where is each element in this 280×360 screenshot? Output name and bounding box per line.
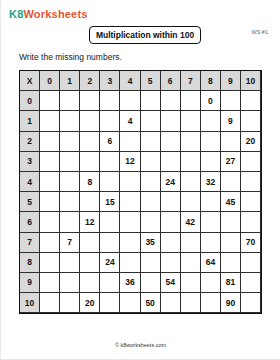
- col-header-7: 7: [181, 71, 201, 91]
- cell-7x1[interactable]: 7: [60, 233, 80, 253]
- cell-1x5[interactable]: [141, 111, 161, 131]
- cell-10x10[interactable]: [241, 293, 261, 313]
- cell-8x0[interactable]: [40, 253, 60, 273]
- row-header-4: 4: [20, 172, 40, 192]
- cell-10x1[interactable]: [60, 293, 80, 313]
- multiplication-grid: X012345678910001492620312274824325154561…: [19, 70, 262, 314]
- cell-8x5[interactable]: [141, 253, 161, 273]
- row-header-1: 1: [20, 111, 40, 131]
- cell-3x3[interactable]: [100, 152, 120, 172]
- cell-7x7[interactable]: [181, 233, 201, 253]
- cell-9x7[interactable]: [181, 273, 201, 293]
- row-header-9: 9: [20, 273, 40, 293]
- cell-0x7[interactable]: [181, 91, 201, 111]
- cell-0x2[interactable]: [80, 91, 100, 111]
- cell-6x3[interactable]: [100, 212, 120, 232]
- cell-1x3[interactable]: [100, 111, 120, 131]
- cell-1x2[interactable]: [80, 111, 100, 131]
- cell-0x4[interactable]: [120, 91, 140, 111]
- cell-4x5[interactable]: [141, 172, 161, 192]
- cell-1x0[interactable]: [40, 111, 60, 131]
- cell-9x6[interactable]: 54: [161, 273, 181, 293]
- cell-5x2[interactable]: [80, 192, 100, 212]
- cell-2x6[interactable]: [161, 132, 181, 152]
- cell-6x6[interactable]: [161, 212, 181, 232]
- cell-0x0[interactable]: [40, 91, 60, 111]
- cell-9x9[interactable]: 81: [221, 273, 241, 293]
- cell-8x4[interactable]: [120, 253, 140, 273]
- cell-4x7[interactable]: [181, 172, 201, 192]
- cell-9x2[interactable]: [80, 273, 100, 293]
- row-header-5: 5: [20, 192, 40, 212]
- cell-10x7[interactable]: [181, 293, 201, 313]
- cell-4x0[interactable]: [40, 172, 60, 192]
- col-header-2: 2: [80, 71, 100, 91]
- cell-8x7[interactable]: [181, 253, 201, 273]
- cell-4x4[interactable]: [120, 172, 140, 192]
- worksheet-page: K8Worksheets Multiplication within 100 W…: [0, 0, 280, 360]
- cell-5x7[interactable]: [181, 192, 201, 212]
- cell-7x2[interactable]: [80, 233, 100, 253]
- cell-8x3[interactable]: 24: [100, 253, 120, 273]
- cell-3x4[interactable]: 12: [120, 152, 140, 172]
- cell-6x5[interactable]: [141, 212, 161, 232]
- instruction-text: Write the missing numbers.: [19, 52, 122, 62]
- footer-credit: © k8worksheets.com: [1, 342, 280, 348]
- col-header-10: 10: [241, 71, 261, 91]
- cell-9x1[interactable]: [60, 273, 80, 293]
- cell-3x8[interactable]: [201, 152, 221, 172]
- k8worksheets-logo: K8Worksheets: [9, 8, 88, 20]
- cell-5x3[interactable]: 15: [100, 192, 120, 212]
- cell-0x10[interactable]: [241, 91, 261, 111]
- cell-6x9[interactable]: [221, 212, 241, 232]
- cell-3x5[interactable]: [141, 152, 161, 172]
- cell-2x5[interactable]: [141, 132, 161, 152]
- row-header-6: 6: [20, 212, 40, 232]
- cell-1x6[interactable]: [161, 111, 181, 131]
- cell-0x1[interactable]: [60, 91, 80, 111]
- cell-4x10[interactable]: [241, 172, 261, 192]
- cell-6x2[interactable]: 12: [80, 212, 100, 232]
- row-header-8: 8: [20, 253, 40, 273]
- cell-6x0[interactable]: [40, 212, 60, 232]
- row-header-0: 0: [20, 91, 40, 111]
- cell-5x0[interactable]: [40, 192, 60, 212]
- col-header-8: 8: [201, 71, 221, 91]
- cell-2x7[interactable]: [181, 132, 201, 152]
- cell-1x8[interactable]: [201, 111, 221, 131]
- cell-6x4[interactable]: [120, 212, 140, 232]
- cell-9x4[interactable]: 36: [120, 273, 140, 293]
- cell-2x2[interactable]: [80, 132, 100, 152]
- cell-0x3[interactable]: [100, 91, 120, 111]
- cell-6x1[interactable]: [60, 212, 80, 232]
- worksheet-number: WS #1: [251, 29, 268, 35]
- cell-3x2[interactable]: [80, 152, 100, 172]
- cell-9x0[interactable]: [40, 273, 60, 293]
- col-header-6: 6: [161, 71, 181, 91]
- cell-4x9[interactable]: [221, 172, 241, 192]
- cell-6x7[interactable]: 42: [181, 212, 201, 232]
- logo-k8-text: K8: [9, 8, 23, 20]
- cell-2x8[interactable]: [201, 132, 221, 152]
- cell-5x10[interactable]: [241, 192, 261, 212]
- cell-7x6[interactable]: [161, 233, 181, 253]
- cell-7x3[interactable]: [100, 233, 120, 253]
- cell-1x7[interactable]: [181, 111, 201, 131]
- row-header-7: 7: [20, 233, 40, 253]
- cell-9x8[interactable]: [201, 273, 221, 293]
- cell-3x7[interactable]: [181, 152, 201, 172]
- cell-8x8[interactable]: 64: [201, 253, 221, 273]
- cell-0x5[interactable]: [141, 91, 161, 111]
- cell-2x1[interactable]: [60, 132, 80, 152]
- cell-4x8[interactable]: 32: [201, 172, 221, 192]
- logo-worksheets-text: Worksheets: [23, 8, 87, 20]
- cell-7x9[interactable]: [221, 233, 241, 253]
- col-header-5: 5: [141, 71, 161, 91]
- cell-0x9[interactable]: [221, 91, 241, 111]
- cell-10x4[interactable]: [120, 293, 140, 313]
- cell-3x0[interactable]: [40, 152, 60, 172]
- cell-2x0[interactable]: [40, 132, 60, 152]
- cell-5x8[interactable]: [201, 192, 221, 212]
- cell-5x5[interactable]: [141, 192, 161, 212]
- cell-5x9[interactable]: 45: [221, 192, 241, 212]
- cell-7x0[interactable]: [40, 233, 60, 253]
- cell-2x9[interactable]: [221, 132, 241, 152]
- cell-8x2[interactable]: [80, 253, 100, 273]
- cell-8x10[interactable]: [241, 253, 261, 273]
- cell-3x6[interactable]: [161, 152, 181, 172]
- cell-4x1[interactable]: [60, 172, 80, 192]
- cell-8x9[interactable]: [221, 253, 241, 273]
- cell-9x3[interactable]: [100, 273, 120, 293]
- cell-0x6[interactable]: [161, 91, 181, 111]
- cell-10x9[interactable]: 90: [221, 293, 241, 313]
- cell-10x0[interactable]: [40, 293, 60, 313]
- col-header-1: 1: [60, 71, 80, 91]
- cell-5x4[interactable]: [120, 192, 140, 212]
- cell-10x6[interactable]: [161, 293, 181, 313]
- cell-6x10[interactable]: [241, 212, 261, 232]
- cell-2x10[interactable]: 20: [241, 132, 261, 152]
- col-header-0: 0: [40, 71, 60, 91]
- cell-2x4[interactable]: [120, 132, 140, 152]
- row-header-2: 2: [20, 132, 40, 152]
- row-header-10: 10: [20, 293, 40, 313]
- cell-8x6[interactable]: [161, 253, 181, 273]
- cell-4x6[interactable]: 24: [161, 172, 181, 192]
- cell-4x3[interactable]: [100, 172, 120, 192]
- cell-10x5[interactable]: 50: [141, 293, 161, 313]
- cell-10x3[interactable]: [100, 293, 120, 313]
- cell-4x2[interactable]: 8: [80, 172, 100, 192]
- cell-9x10[interactable]: [241, 273, 261, 293]
- cell-3x1[interactable]: [60, 152, 80, 172]
- col-header-3: 3: [100, 71, 120, 91]
- cell-1x10[interactable]: [241, 111, 261, 131]
- cell-1x9[interactable]: 9: [221, 111, 241, 131]
- cell-7x10[interactable]: 70: [241, 233, 261, 253]
- cell-7x5[interactable]: 35: [141, 233, 161, 253]
- cell-0x8[interactable]: 0: [201, 91, 221, 111]
- cell-3x9[interactable]: 27: [221, 152, 241, 172]
- cell-1x4[interactable]: 4: [120, 111, 140, 131]
- cell-10x8[interactable]: [201, 293, 221, 313]
- cell-2x3[interactable]: 6: [100, 132, 120, 152]
- row-header-3: 3: [20, 152, 40, 172]
- cell-8x1[interactable]: [60, 253, 80, 273]
- worksheet-title: Multiplication within 100: [89, 26, 201, 44]
- cell-5x6[interactable]: [161, 192, 181, 212]
- cell-3x10[interactable]: [241, 152, 261, 172]
- col-header-4: 4: [120, 71, 140, 91]
- cell-6x8[interactable]: [201, 212, 221, 232]
- grid-corner-multiply-sign: X: [20, 71, 40, 91]
- cell-9x5[interactable]: [141, 273, 161, 293]
- cell-5x1[interactable]: [60, 192, 80, 212]
- col-header-9: 9: [221, 71, 241, 91]
- cell-10x2[interactable]: 20: [80, 293, 100, 313]
- cell-1x1[interactable]: [60, 111, 80, 131]
- cell-7x8[interactable]: [201, 233, 221, 253]
- cell-7x4[interactable]: [120, 233, 140, 253]
